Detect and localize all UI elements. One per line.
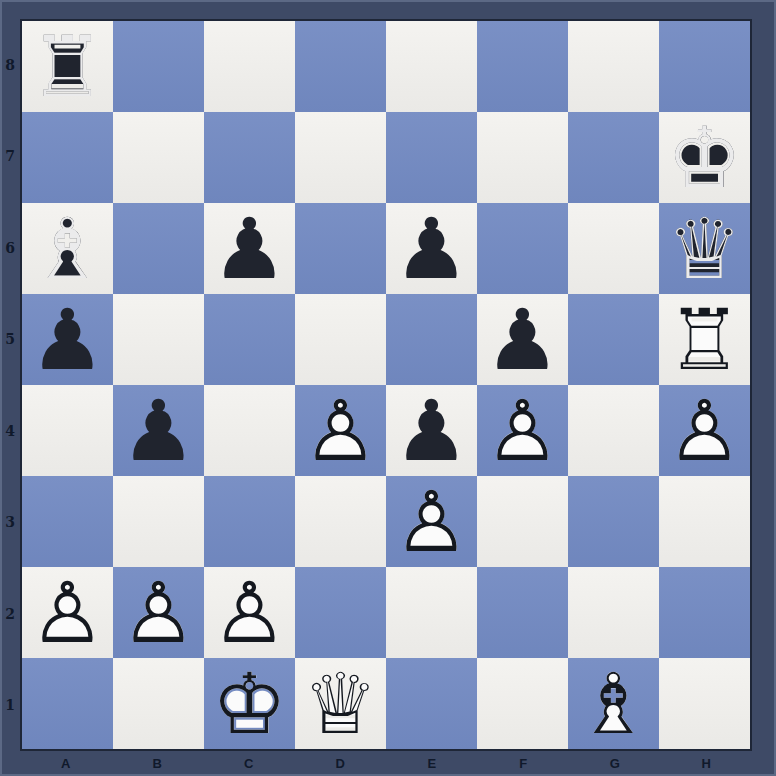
square-f7[interactable] [477,112,568,203]
square-f1[interactable] [477,658,568,749]
square-h6[interactable]: ♛♕ [659,203,750,294]
white-pawn-outline-icon: ♙ [394,480,469,564]
rank-label-3: 3 [0,477,20,569]
square-a7[interactable] [22,112,113,203]
square-d1[interactable]: ♛♕ [295,658,386,749]
square-e1[interactable] [386,658,477,749]
square-g7[interactable] [568,112,659,203]
square-a8[interactable]: ♜♖ [22,21,113,112]
white-pawn-e3[interactable]: ♟♙ [386,476,477,567]
black-pawn-icon: ♟ [394,389,469,473]
square-e2[interactable] [386,567,477,658]
white-pawn-h4[interactable]: ♟♙ [659,385,750,476]
square-b8[interactable] [113,21,204,112]
rank-label-2: 2 [0,568,20,660]
black-king-outline-icon: ♔ [667,116,742,200]
file-label-e: E [386,751,478,776]
square-g6[interactable] [568,203,659,294]
white-rook-outline-icon: ♖ [667,298,742,382]
square-h1[interactable] [659,658,750,749]
file-label-b: B [112,751,204,776]
white-pawn-b2[interactable]: ♟♙ [113,567,204,658]
white-rook-h5[interactable]: ♜♖ [659,294,750,385]
square-b2[interactable]: ♟♙ [113,567,204,658]
white-pawn-outline-icon: ♙ [121,571,196,655]
file-label-a: A [20,751,112,776]
square-a4[interactable] [22,385,113,476]
square-a3[interactable] [22,476,113,567]
rank-label-6: 6 [0,202,20,294]
rank-labels: 87654321 [0,19,20,751]
square-c8[interactable] [204,21,295,112]
square-c2[interactable]: ♟♙ [204,567,295,658]
square-b1[interactable] [113,658,204,749]
file-label-c: C [203,751,295,776]
black-rook-a8[interactable]: ♜♖ [22,21,113,112]
square-g4[interactable] [568,385,659,476]
square-h3[interactable] [659,476,750,567]
black-pawn-icon: ♟ [30,298,105,382]
black-pawn-b4[interactable]: ♟ [113,385,204,476]
white-pawn-outline-icon: ♙ [30,571,105,655]
file-label-h: H [661,751,753,776]
square-g1[interactable]: ♝♗ [568,658,659,749]
square-b5[interactable] [113,294,204,385]
square-d3[interactable] [295,476,386,567]
rank-label-4: 4 [0,385,20,477]
white-pawn-a2[interactable]: ♟♙ [22,567,113,658]
square-a6[interactable]: ♝♗ [22,203,113,294]
square-f6[interactable] [477,203,568,294]
square-f5[interactable]: ♟ [477,294,568,385]
black-pawn-c6[interactable]: ♟ [204,203,295,294]
square-c1[interactable]: ♚♔ [204,658,295,749]
square-g8[interactable] [568,21,659,112]
black-pawn-a5[interactable]: ♟ [22,294,113,385]
file-label-d: D [295,751,387,776]
square-a2[interactable]: ♟♙ [22,567,113,658]
white-pawn-outline-icon: ♙ [667,389,742,473]
square-f2[interactable] [477,567,568,658]
square-e5[interactable] [386,294,477,385]
white-queen-outline-icon: ♕ [303,662,378,746]
square-d4[interactable]: ♟♙ [295,385,386,476]
square-a5[interactable]: ♟ [22,294,113,385]
square-h7[interactable]: ♚♔ [659,112,750,203]
rank-label-5: 5 [0,294,20,386]
rank-label-8: 8 [0,19,20,111]
black-pawn-icon: ♟ [121,389,196,473]
black-pawn-e6[interactable]: ♟ [386,203,477,294]
white-king-outline-icon: ♔ [212,662,287,746]
square-b7[interactable] [113,112,204,203]
square-a1[interactable] [22,658,113,749]
black-bishop-a6[interactable]: ♝♗ [22,203,113,294]
black-queen-h6[interactable]: ♛♕ [659,203,750,294]
black-bishop-outline-icon: ♗ [30,207,105,291]
square-e7[interactable] [386,112,477,203]
square-f8[interactable] [477,21,568,112]
file-labels: ABCDEFGH [20,751,752,776]
square-e3[interactable]: ♟♙ [386,476,477,567]
square-g3[interactable] [568,476,659,567]
square-h4[interactable]: ♟♙ [659,385,750,476]
black-queen-outline-icon: ♕ [667,207,742,291]
rank-label-1: 1 [0,660,20,752]
black-pawn-icon: ♟ [394,207,469,291]
square-d7[interactable] [295,112,386,203]
square-e4[interactable]: ♟ [386,385,477,476]
square-h2[interactable] [659,567,750,658]
white-queen-d1[interactable]: ♛♕ [295,658,386,749]
file-label-g: G [569,751,661,776]
square-e8[interactable] [386,21,477,112]
square-h8[interactable] [659,21,750,112]
board-frame: 87654321 ♜♖♚♔♝♗♟♟♛♕♟♟♜♖♟♟♙♟♟♙♟♙♟♙♟♙♟♙♟♙♚… [0,0,776,776]
square-c3[interactable] [204,476,295,567]
square-e6[interactable]: ♟ [386,203,477,294]
white-pawn-outline-icon: ♙ [303,389,378,473]
black-king-h7[interactable]: ♚♔ [659,112,750,203]
square-c7[interactable] [204,112,295,203]
chess-board: ♜♖♚♔♝♗♟♟♛♕♟♟♜♖♟♟♙♟♟♙♟♙♟♙♟♙♟♙♟♙♚♔♛♕♝♗ [20,19,752,751]
file-label-f: F [478,751,570,776]
square-f3[interactable] [477,476,568,567]
square-h5[interactable]: ♜♖ [659,294,750,385]
white-pawn-outline-icon: ♙ [212,571,287,655]
square-d6[interactable] [295,203,386,294]
square-d8[interactable] [295,21,386,112]
square-d2[interactable] [295,567,386,658]
black-pawn-icon: ♟ [485,298,560,382]
square-g5[interactable] [568,294,659,385]
square-b4[interactable]: ♟ [113,385,204,476]
black-pawn-f5[interactable]: ♟ [477,294,568,385]
square-c6[interactable]: ♟ [204,203,295,294]
white-pawn-outline-icon: ♙ [485,389,560,473]
black-pawn-e4[interactable]: ♟ [386,385,477,476]
square-g2[interactable] [568,567,659,658]
square-c4[interactable] [204,385,295,476]
rank-label-7: 7 [0,111,20,203]
square-d5[interactable] [295,294,386,385]
white-pawn-d4[interactable]: ♟♙ [295,385,386,476]
square-c5[interactable] [204,294,295,385]
white-bishop-g1[interactable]: ♝♗ [568,658,659,749]
black-pawn-icon: ♟ [212,207,287,291]
white-bishop-outline-icon: ♗ [576,662,651,746]
square-b3[interactable] [113,476,204,567]
white-pawn-c2[interactable]: ♟♙ [204,567,295,658]
square-b6[interactable] [113,203,204,294]
square-f4[interactable]: ♟♙ [477,385,568,476]
white-pawn-f4[interactable]: ♟♙ [477,385,568,476]
white-king-c1[interactable]: ♚♔ [204,658,295,749]
black-rook-outline-icon: ♖ [30,25,105,109]
